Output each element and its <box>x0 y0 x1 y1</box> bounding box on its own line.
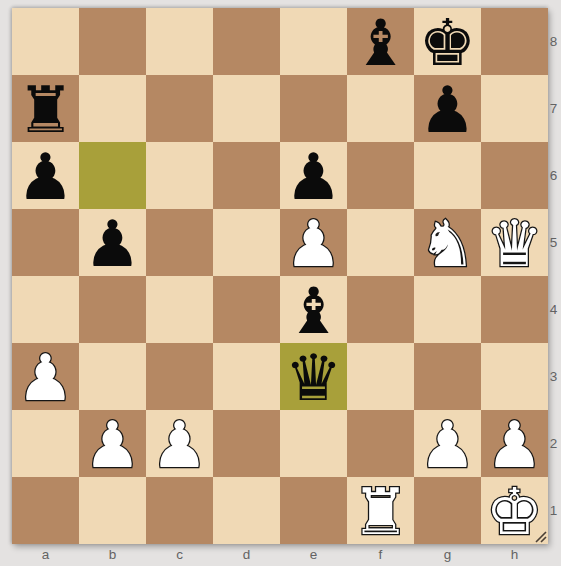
square-e7[interactable] <box>280 75 347 142</box>
rank-label-6: 6 <box>546 142 561 209</box>
white-king-h1[interactable]: ♚ <box>486 480 543 544</box>
white-pawn-e5[interactable]: ♟ <box>285 212 342 276</box>
black-bishop-f8[interactable]: ♝ <box>352 11 409 75</box>
rank-label-4: 4 <box>546 276 561 343</box>
square-a4[interactable] <box>12 276 79 343</box>
square-c5[interactable] <box>146 209 213 276</box>
square-g1[interactable] <box>414 477 481 544</box>
square-e1[interactable] <box>280 477 347 544</box>
file-label-f: f <box>347 544 414 564</box>
square-b3[interactable] <box>79 343 146 410</box>
square-h4[interactable] <box>481 276 548 343</box>
black-queen-e3[interactable]: ♛ <box>285 346 342 410</box>
square-b5[interactable]: ♟ <box>79 209 146 276</box>
square-g2[interactable]: ♟ <box>414 410 481 477</box>
square-g4[interactable] <box>414 276 481 343</box>
black-pawn-b5[interactable]: ♟ <box>84 212 141 276</box>
square-a5[interactable] <box>12 209 79 276</box>
rank-label-1: 1 <box>546 477 561 544</box>
square-f6[interactable] <box>347 142 414 209</box>
square-h5[interactable]: ♛ <box>481 209 548 276</box>
file-label-a: a <box>12 544 79 564</box>
file-label-c: c <box>146 544 213 564</box>
square-f5[interactable] <box>347 209 414 276</box>
black-rook-a7[interactable]: ♜ <box>17 78 74 142</box>
square-d6[interactable] <box>213 142 280 209</box>
square-c2[interactable]: ♟ <box>146 410 213 477</box>
square-b2[interactable]: ♟ <box>79 410 146 477</box>
rank-label-7: 7 <box>546 75 561 142</box>
square-d8[interactable] <box>213 8 280 75</box>
square-b8[interactable] <box>79 8 146 75</box>
square-g5[interactable]: ♞ <box>414 209 481 276</box>
black-pawn-e6[interactable]: ♟ <box>285 145 342 209</box>
square-d4[interactable] <box>213 276 280 343</box>
square-e2[interactable] <box>280 410 347 477</box>
square-f8[interactable]: ♝ <box>347 8 414 75</box>
square-e6[interactable]: ♟ <box>280 142 347 209</box>
square-e4[interactable]: ♝ <box>280 276 347 343</box>
square-c8[interactable] <box>146 8 213 75</box>
square-h8[interactable] <box>481 8 548 75</box>
square-a8[interactable] <box>12 8 79 75</box>
square-a1[interactable] <box>12 477 79 544</box>
square-g7[interactable]: ♟ <box>414 75 481 142</box>
square-a6[interactable]: ♟ <box>12 142 79 209</box>
file-label-b: b <box>79 544 146 564</box>
square-a7[interactable]: ♜ <box>12 75 79 142</box>
square-b6[interactable] <box>79 142 146 209</box>
square-f4[interactable] <box>347 276 414 343</box>
square-a3[interactable]: ♟ <box>12 343 79 410</box>
square-d3[interactable] <box>213 343 280 410</box>
square-b4[interactable] <box>79 276 146 343</box>
black-bishop-e4[interactable]: ♝ <box>285 279 342 343</box>
square-g6[interactable] <box>414 142 481 209</box>
square-g3[interactable] <box>414 343 481 410</box>
square-f3[interactable] <box>347 343 414 410</box>
square-e8[interactable] <box>280 8 347 75</box>
white-pawn-b2[interactable]: ♟ <box>84 413 141 477</box>
square-d5[interactable] <box>213 209 280 276</box>
file-label-g: g <box>414 544 481 564</box>
rank-label-3: 3 <box>546 343 561 410</box>
square-g8[interactable]: ♚ <box>414 8 481 75</box>
square-e5[interactable]: ♟ <box>280 209 347 276</box>
white-pawn-a3[interactable]: ♟ <box>17 346 74 410</box>
file-label-h: h <box>481 544 548 564</box>
white-pawn-g2[interactable]: ♟ <box>419 413 476 477</box>
square-b1[interactable] <box>79 477 146 544</box>
square-h7[interactable] <box>481 75 548 142</box>
white-queen-h5[interactable]: ♛ <box>486 212 543 276</box>
white-pawn-h2[interactable]: ♟ <box>486 413 543 477</box>
square-d2[interactable] <box>213 410 280 477</box>
black-king-g8[interactable]: ♚ <box>419 11 476 75</box>
white-rook-f1[interactable]: ♜ <box>352 480 409 544</box>
square-c7[interactable] <box>146 75 213 142</box>
square-c3[interactable] <box>146 343 213 410</box>
black-pawn-g7[interactable]: ♟ <box>419 78 476 142</box>
file-label-d: d <box>213 544 280 564</box>
square-h3[interactable] <box>481 343 548 410</box>
square-d7[interactable] <box>213 75 280 142</box>
rank-label-5: 5 <box>546 209 561 276</box>
rank-label-8: 8 <box>546 8 561 75</box>
rank-label-2: 2 <box>546 410 561 477</box>
chess-board[interactable]: ♝♚♜♟♟♟♟♟♞♛♝♟♛♟♟♟♟♜♚ <box>12 8 548 544</box>
file-label-e: e <box>280 544 347 564</box>
square-e3[interactable]: ♛ <box>280 343 347 410</box>
square-f2[interactable] <box>347 410 414 477</box>
white-pawn-c2[interactable]: ♟ <box>151 413 208 477</box>
square-h6[interactable] <box>481 142 548 209</box>
page: ♝♚♜♟♟♟♟♟♞♛♝♟♛♟♟♟♟♜♚ 87654321 abcdefgh <box>0 0 561 566</box>
square-h2[interactable]: ♟ <box>481 410 548 477</box>
square-c4[interactable] <box>146 276 213 343</box>
black-pawn-a6[interactable]: ♟ <box>17 145 74 209</box>
square-h1[interactable]: ♚ <box>481 477 548 544</box>
square-c6[interactable] <box>146 142 213 209</box>
square-d1[interactable] <box>213 477 280 544</box>
square-f7[interactable] <box>347 75 414 142</box>
white-knight-g5[interactable]: ♞ <box>419 212 476 276</box>
square-f1[interactable]: ♜ <box>347 477 414 544</box>
square-c1[interactable] <box>146 477 213 544</box>
square-a2[interactable] <box>12 410 79 477</box>
square-b7[interactable] <box>79 75 146 142</box>
